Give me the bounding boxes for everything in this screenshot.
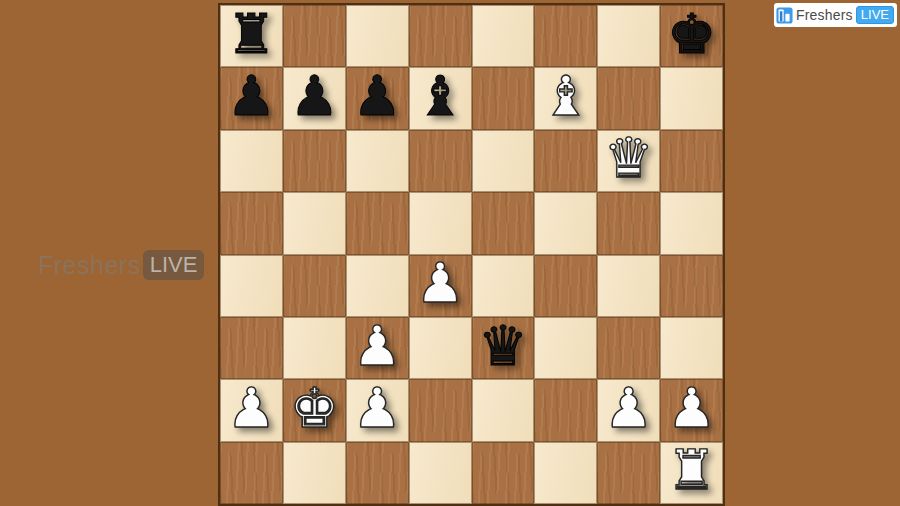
square-h7[interactable] (660, 67, 723, 129)
square-c4[interactable] (346, 255, 409, 317)
square-f2[interactable] (534, 379, 597, 441)
fresherslive-logo: Freshers LIVE (774, 3, 897, 27)
chess-board[interactable]: ♜♚♟♟♟♝♝♛♟♟♛♟♚♟♟♟♜ (218, 3, 725, 506)
black-pawn: ♟ (353, 69, 402, 124)
square-g1[interactable] (597, 442, 660, 504)
square-c7[interactable]: ♟ (346, 67, 409, 129)
square-c8[interactable] (346, 5, 409, 67)
square-f5[interactable] (534, 192, 597, 254)
square-e1[interactable] (472, 442, 535, 504)
white-queen: ♛ (604, 131, 653, 186)
square-a5[interactable] (220, 192, 283, 254)
white-king: ♚ (290, 381, 339, 436)
square-e3[interactable]: ♛ (472, 317, 535, 379)
square-a1[interactable] (220, 442, 283, 504)
square-h2[interactable]: ♟ (660, 379, 723, 441)
square-h4[interactable] (660, 255, 723, 317)
fresherslive-building-icon (776, 7, 793, 24)
square-d1[interactable] (409, 442, 472, 504)
square-a4[interactable] (220, 255, 283, 317)
square-b5[interactable] (283, 192, 346, 254)
square-a6[interactable] (220, 130, 283, 192)
square-b4[interactable] (283, 255, 346, 317)
square-f1[interactable] (534, 442, 597, 504)
logo-live-badge: LIVE (856, 6, 894, 24)
square-c1[interactable] (346, 442, 409, 504)
square-d6[interactable] (409, 130, 472, 192)
square-h6[interactable] (660, 130, 723, 192)
watermark-brand-text: Freshers (38, 251, 141, 280)
square-d8[interactable] (409, 5, 472, 67)
square-d5[interactable] (409, 192, 472, 254)
square-d2[interactable] (409, 379, 472, 441)
square-a2[interactable]: ♟ (220, 379, 283, 441)
watermark: Freshers LIVE (38, 250, 204, 280)
square-f6[interactable] (534, 130, 597, 192)
watermark-live-badge: LIVE (143, 250, 205, 280)
square-g7[interactable] (597, 67, 660, 129)
black-pawn: ♟ (227, 69, 276, 124)
square-c2[interactable]: ♟ (346, 379, 409, 441)
square-h8[interactable]: ♚ (660, 5, 723, 67)
square-g8[interactable] (597, 5, 660, 67)
white-pawn: ♟ (227, 381, 276, 436)
square-h1[interactable]: ♜ (660, 442, 723, 504)
square-e7[interactable] (472, 67, 535, 129)
white-rook: ♜ (667, 443, 716, 498)
square-b6[interactable] (283, 130, 346, 192)
page: Freshers LIVE Freshers LIVE ♜♚♟♟♟♝♝♛♟♟♛♟… (0, 0, 900, 506)
square-h5[interactable] (660, 192, 723, 254)
square-f7[interactable]: ♝ (534, 67, 597, 129)
square-c3[interactable]: ♟ (346, 317, 409, 379)
white-pawn: ♟ (604, 381, 653, 436)
square-c5[interactable] (346, 192, 409, 254)
white-pawn: ♟ (353, 319, 402, 374)
square-d7[interactable]: ♝ (409, 67, 472, 129)
black-bishop: ♝ (415, 69, 464, 124)
square-h3[interactable] (660, 317, 723, 379)
square-e4[interactable] (472, 255, 535, 317)
square-b2[interactable]: ♚ (283, 379, 346, 441)
square-g6[interactable]: ♛ (597, 130, 660, 192)
logo-brand-text: Freshers (796, 7, 853, 23)
square-g5[interactable] (597, 192, 660, 254)
square-f3[interactable] (534, 317, 597, 379)
square-e5[interactable] (472, 192, 535, 254)
white-bishop: ♝ (541, 69, 590, 124)
square-d4[interactable]: ♟ (409, 255, 472, 317)
white-pawn: ♟ (353, 381, 402, 436)
black-rook: ♜ (227, 7, 276, 62)
square-b7[interactable]: ♟ (283, 67, 346, 129)
black-pawn: ♟ (290, 69, 339, 124)
black-king: ♚ (667, 7, 716, 62)
white-pawn: ♟ (415, 256, 464, 311)
square-e2[interactable] (472, 379, 535, 441)
square-e6[interactable] (472, 130, 535, 192)
square-c6[interactable] (346, 130, 409, 192)
square-e8[interactable] (472, 5, 535, 67)
square-a8[interactable]: ♜ (220, 5, 283, 67)
black-queen: ♛ (478, 319, 527, 374)
square-a7[interactable]: ♟ (220, 67, 283, 129)
square-f4[interactable] (534, 255, 597, 317)
square-b3[interactable] (283, 317, 346, 379)
square-b1[interactable] (283, 442, 346, 504)
square-g2[interactable]: ♟ (597, 379, 660, 441)
square-g3[interactable] (597, 317, 660, 379)
square-a3[interactable] (220, 317, 283, 379)
white-pawn: ♟ (667, 381, 716, 436)
square-d3[interactable] (409, 317, 472, 379)
square-f8[interactable] (534, 5, 597, 67)
square-g4[interactable] (597, 255, 660, 317)
square-b8[interactable] (283, 5, 346, 67)
